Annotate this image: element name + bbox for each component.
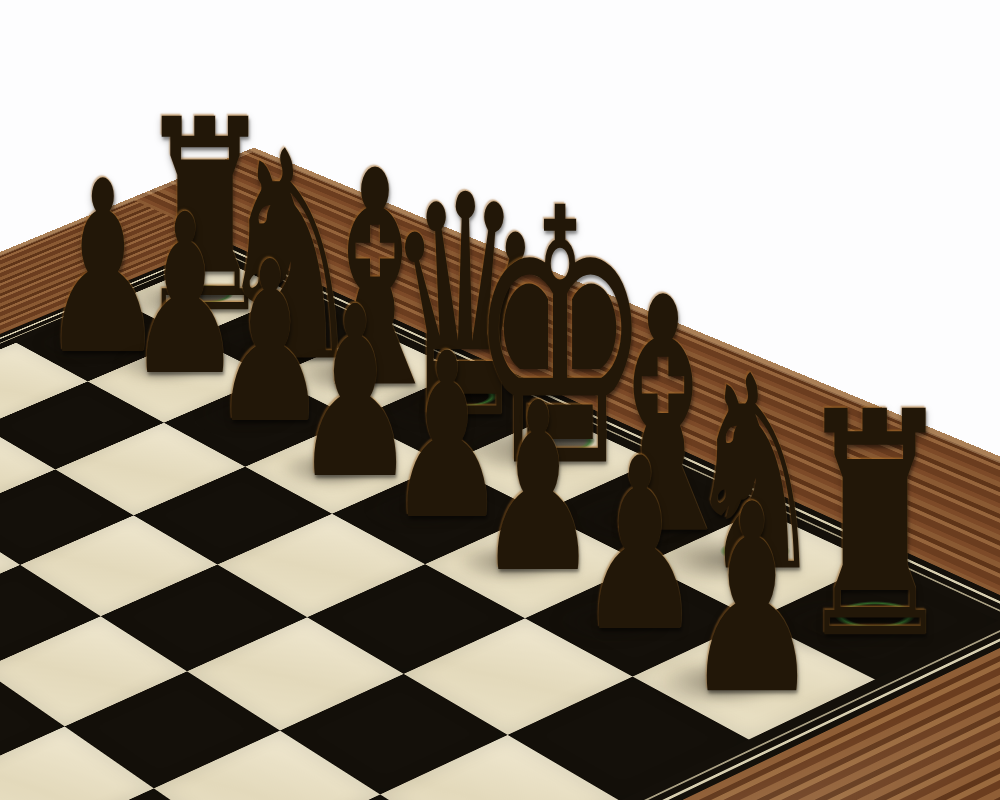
pieces-layer: ♜♞♝♛♚♝♞♜♟♟♟♟♟♟♟♟ [0,0,1000,800]
photo-stage: ♜♞♝♛♚♝♞♜♟♟♟♟♟♟♟♟ [0,0,1000,800]
piece-black-pawn-h7[interactable]: ♟ [752,678,985,800]
